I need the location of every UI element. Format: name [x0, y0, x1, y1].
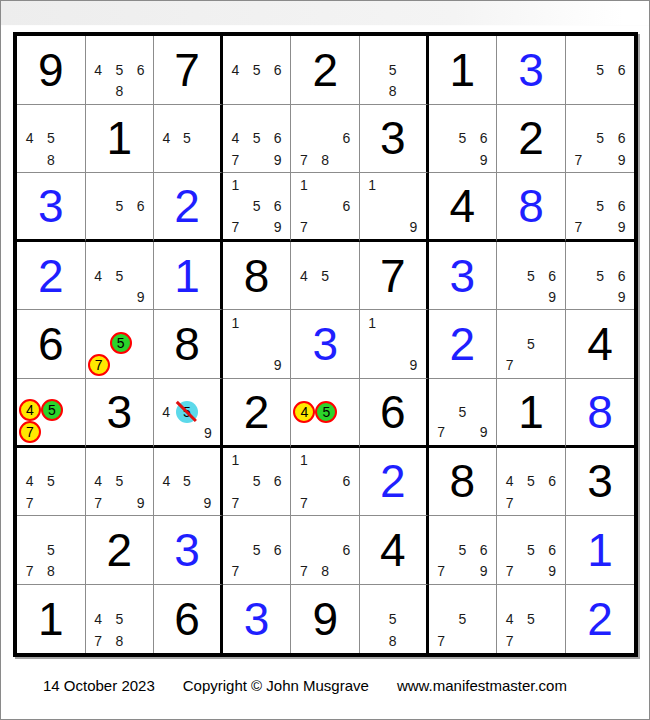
empty-candidate-slot: [246, 80, 267, 101]
candidate: 6: [336, 128, 357, 149]
candidate-grid: 45679: [223, 105, 291, 173]
candidate: 4: [88, 608, 109, 630]
empty-candidate-slot: [267, 38, 288, 59]
given-digit: 9: [38, 47, 64, 93]
empty-candidate-slot: [403, 59, 424, 80]
empty-candidate-slot: [88, 80, 109, 101]
given-digit: 1: [38, 596, 64, 642]
footer: 14 October 2023 Copyright © John Musgrav…: [43, 677, 567, 694]
cell-r8c6[interactable]: 4: [360, 516, 429, 585]
footer-website: www.manifestmaster.com: [397, 677, 567, 694]
cell-r4c6[interactable]: 7: [360, 242, 429, 311]
empty-candidate-slot: [132, 332, 152, 354]
empty-candidate-slot: [473, 587, 494, 609]
empty-candidate-slot: [568, 175, 590, 196]
cell-r9c9[interactable]: 2: [566, 585, 635, 654]
empty-candidate-slot: [589, 286, 611, 307]
given-digit: 3: [107, 389, 133, 435]
cell-r5c3[interactable]: 8: [154, 310, 223, 379]
empty-candidate-slot: [542, 355, 563, 376]
empty-candidate-slot: [499, 312, 520, 333]
cell-r9c8[interactable]: 457: [497, 585, 566, 654]
cell-r2c1[interactable]: 458: [17, 105, 86, 174]
empty-candidate-slot: [403, 587, 424, 609]
cell-r5c8[interactable]: 57: [497, 310, 566, 379]
empty-candidate-slot: [88, 312, 110, 332]
given-digit: 4: [587, 321, 613, 367]
candidate-grid: 4579: [86, 448, 154, 516]
empty-candidate-slot: [130, 265, 151, 286]
cell-r1c9[interactable]: 56: [566, 36, 635, 105]
candidate: 8: [315, 561, 336, 582]
empty-candidate-slot: [267, 312, 288, 333]
cell-r6c2[interactable]: 3: [86, 379, 155, 448]
solved-digit: 2: [174, 183, 200, 229]
empty-candidate-slot: [225, 471, 246, 492]
empty-candidate-slot: [61, 539, 82, 560]
cell-r6c6[interactable]: 6: [360, 379, 429, 448]
empty-candidate-slot: [246, 334, 267, 355]
solved-digit: 1: [174, 253, 200, 299]
candidate: 6: [473, 539, 494, 560]
cell-r7c7[interactable]: 8: [429, 448, 498, 517]
candidate: 5: [246, 539, 267, 560]
empty-candidate-slot: [520, 518, 541, 539]
candidate: 1: [225, 450, 246, 471]
empty-candidate-slot: [336, 492, 357, 513]
cell-r8c7[interactable]: 5679: [429, 516, 498, 585]
empty-candidate-slot: [19, 450, 40, 471]
empty-candidate-slot: [337, 423, 357, 443]
empty-candidate-slot: [41, 421, 63, 443]
given-digit: 3: [587, 458, 613, 504]
cell-r7c9[interactable]: 3: [566, 448, 635, 517]
cell-r1c8[interactable]: 3: [497, 36, 566, 105]
candidate-grid: 5679: [566, 105, 635, 173]
candidate: 6: [336, 539, 357, 560]
empty-candidate-slot: [293, 423, 315, 443]
empty-candidate-slot: [156, 423, 176, 443]
empty-candidate-slot: [499, 244, 520, 265]
empty-candidate-slot: [589, 244, 611, 265]
empty-candidate-slot: [40, 492, 61, 513]
empty-candidate-slot: [246, 561, 267, 582]
empty-candidate-slot: [19, 381, 41, 399]
cell-r4c4[interactable]: 8: [223, 242, 292, 311]
empty-candidate-slot: [473, 381, 494, 402]
candidate: 8: [40, 561, 61, 582]
green-circled-candidate: 5: [41, 399, 63, 421]
candidate: 4: [156, 471, 177, 492]
candidate-grid: 19: [360, 310, 426, 378]
cell-r7c8[interactable]: 4567: [497, 448, 566, 517]
cell-r2c4[interactable]: 45679: [223, 105, 292, 174]
candidate-grid: 58: [360, 36, 426, 104]
empty-candidate-slot: [520, 450, 541, 471]
candidate: 5: [383, 59, 404, 80]
empty-candidate-slot: [499, 587, 520, 609]
empty-candidate-slot: [130, 471, 151, 492]
candidate: 9: [473, 149, 494, 170]
cell-r4c8[interactable]: 569: [497, 242, 566, 311]
empty-candidate-slot: [362, 608, 383, 630]
cell-r2c9[interactable]: 5679: [566, 105, 635, 174]
candidate: 9: [611, 286, 633, 307]
cell-r4c5[interactable]: 45: [291, 242, 360, 311]
candidate-grid: 569: [497, 242, 565, 310]
cell-r9c2[interactable]: 4578: [86, 585, 155, 654]
cell-r5c7[interactable]: 2: [429, 310, 498, 379]
candidate-grid: 19: [223, 310, 291, 378]
candidate: 7: [568, 216, 590, 237]
cell-r3c2[interactable]: 56: [86, 173, 155, 242]
empty-candidate-slot: [473, 107, 494, 128]
cell-r1c2[interactable]: 4568: [86, 36, 155, 105]
given-digit: 6: [38, 321, 64, 367]
candidate-grid: 57: [497, 310, 565, 378]
cell-r2c5[interactable]: 678: [291, 105, 360, 174]
cell-r7c3[interactable]: 459: [154, 448, 223, 517]
empty-candidate-slot: [568, 196, 590, 217]
empty-candidate-slot: [452, 518, 473, 539]
empty-candidate-slot: [267, 561, 288, 582]
empty-candidate-slot: [315, 518, 336, 539]
candidate: 9: [403, 216, 424, 237]
empty-candidate-slot: [293, 539, 314, 560]
empty-candidate-slot: [589, 80, 611, 101]
empty-candidate-slot: [336, 175, 357, 196]
candidate-grid: 569: [566, 242, 635, 310]
empty-candidate-slot: [177, 492, 198, 513]
candidate: 4: [225, 128, 246, 149]
candidate-grid: 167: [291, 173, 359, 239]
empty-candidate-slot: [156, 107, 177, 128]
empty-candidate-slot: [109, 216, 130, 237]
cell-r7c4[interactable]: 1567: [223, 448, 292, 517]
solved-digit: 2: [587, 596, 613, 642]
candidate-grid: 56: [86, 173, 154, 239]
empty-candidate-slot: [132, 354, 152, 376]
candidate: 7: [568, 149, 590, 170]
empty-candidate-slot: [61, 450, 82, 471]
cell-r9c7[interactable]: 57: [429, 585, 498, 654]
empty-candidate-slot: [130, 216, 151, 237]
empty-candidate-slot: [499, 265, 520, 286]
empty-candidate-slot: [499, 334, 520, 355]
empty-candidate-slot: [362, 59, 383, 80]
candidate: 1: [225, 175, 246, 196]
candidate: 8: [315, 149, 336, 170]
candidate: 5: [520, 471, 541, 492]
candidate: 5: [520, 539, 541, 560]
empty-candidate-slot: [403, 312, 424, 333]
empty-candidate-slot: [473, 402, 494, 423]
cell-r2c7[interactable]: 569: [429, 105, 498, 174]
empty-candidate-slot: [520, 561, 541, 582]
empty-candidate-slot: [267, 492, 288, 513]
candidate-grid: 4568: [86, 36, 154, 104]
empty-candidate-slot: [542, 518, 563, 539]
empty-candidate-slot: [88, 216, 109, 237]
empty-candidate-slot: [473, 608, 494, 630]
candidate-slot: 5: [110, 332, 132, 354]
empty-candidate-slot: [568, 265, 590, 286]
cell-r8c1[interactable]: 578: [17, 516, 86, 585]
cell-r7c6[interactable]: 2: [360, 448, 429, 517]
given-digit: 1: [450, 47, 476, 93]
given-digit: 2: [244, 389, 270, 435]
yellow-circled-candidate: 7: [19, 421, 41, 443]
empty-candidate-slot: [225, 196, 246, 217]
given-digit: 6: [174, 596, 200, 642]
cell-r8c2[interactable]: 2: [86, 516, 155, 585]
cell-r8c3[interactable]: 3: [154, 516, 223, 585]
empty-candidate-slot: [267, 450, 288, 471]
cell-r5c1[interactable]: 6: [17, 310, 86, 379]
empty-candidate-slot: [383, 175, 404, 196]
candidate: 9: [267, 149, 288, 170]
cell-r9c1[interactable]: 1: [17, 585, 86, 654]
empty-candidate-slot: [568, 244, 590, 265]
candidate: 7: [293, 561, 314, 582]
empty-candidate-slot: [61, 128, 82, 149]
cell-r2c8[interactable]: 2: [497, 105, 566, 174]
empty-candidate-slot: [40, 450, 61, 471]
empty-candidate-slot: [225, 334, 246, 355]
cell-r8c5[interactable]: 678: [291, 516, 360, 585]
given-digit: 8: [244, 253, 270, 299]
cell-r1c1[interactable]: 9: [17, 36, 86, 105]
cell-r7c2[interactable]: 4579: [86, 448, 155, 517]
empty-candidate-slot: [110, 354, 132, 376]
candidate: 4: [19, 128, 40, 149]
candidate: 4: [499, 608, 520, 630]
candidate: 6: [542, 265, 563, 286]
candidate: 9: [267, 216, 288, 237]
candidate-grid: 58: [360, 585, 426, 654]
candidate: 9: [542, 561, 563, 582]
cell-r6c9[interactable]: 8: [566, 379, 635, 448]
cell-r4c9[interactable]: 569: [566, 242, 635, 311]
empty-candidate-slot: [88, 587, 109, 609]
given-digit: 2: [107, 527, 133, 573]
cell-r4c3[interactable]: 1: [154, 242, 223, 311]
empty-candidate-slot: [568, 80, 590, 101]
cell-r6c4[interactable]: 2: [223, 379, 292, 448]
empty-candidate-slot: [130, 450, 151, 471]
empty-candidate-slot: [246, 107, 267, 128]
candidate-grid: 57: [86, 310, 154, 378]
cell-r5c6[interactable]: 19: [360, 310, 429, 379]
candidate-grid: 19: [360, 173, 426, 239]
candidate: 7: [293, 216, 314, 237]
cell-r6c3[interactable]: 459: [154, 379, 223, 448]
empty-candidate-slot: [109, 175, 130, 196]
empty-candidate-slot: [431, 587, 452, 609]
empty-candidate-slot: [19, 539, 40, 560]
green-circled-candidate: 5: [315, 401, 337, 423]
candidate: 6: [267, 471, 288, 492]
cell-r2c2[interactable]: 1: [86, 105, 155, 174]
cell-r9c3[interactable]: 6: [154, 585, 223, 654]
cell-r4c1[interactable]: 2: [17, 242, 86, 311]
empty-candidate-slot: [63, 421, 83, 443]
candidate: 7: [499, 492, 520, 513]
candidate: 4: [499, 471, 520, 492]
empty-candidate-slot: [315, 423, 337, 443]
empty-candidate-slot: [130, 244, 151, 265]
empty-candidate-slot: [63, 381, 83, 399]
cyan-strikethrough-candidate: 5: [176, 401, 198, 423]
empty-candidate-slot: [542, 587, 563, 609]
empty-candidate-slot: [520, 244, 541, 265]
empty-candidate-slot: [362, 334, 383, 355]
candidate-slot: 5: [41, 399, 63, 421]
candidate: 6: [267, 59, 288, 80]
yellow-circled-candidate: 7: [88, 354, 110, 376]
empty-candidate-slot: [568, 286, 590, 307]
cell-r7c1[interactable]: 457: [17, 448, 86, 517]
candidate: 6: [611, 59, 633, 80]
empty-candidate-slot: [336, 216, 357, 237]
candidate: 6: [267, 196, 288, 217]
cell-r1c7[interactable]: 1: [429, 36, 498, 105]
empty-candidate-slot: [589, 175, 611, 196]
cell-r3c9[interactable]: 5679: [566, 173, 635, 242]
candidate-grid: 458: [17, 105, 85, 173]
candidate-grid: 4578: [86, 585, 154, 654]
empty-candidate-slot: [452, 107, 473, 128]
candidate: 9: [473, 561, 494, 582]
cell-r3c3[interactable]: 2: [154, 173, 223, 242]
cell-r8c4[interactable]: 567: [223, 516, 292, 585]
empty-candidate-slot: [176, 423, 198, 443]
candidate: 5: [246, 128, 267, 149]
empty-candidate-slot: [293, 518, 314, 539]
candidate: 6: [473, 128, 494, 149]
empty-candidate-slot: [132, 312, 152, 332]
yellow-circled-candidate: 4: [293, 401, 315, 423]
cell-r4c7[interactable]: 3: [429, 242, 498, 311]
cell-r9c5[interactable]: 9: [291, 585, 360, 654]
cell-r9c6[interactable]: 58: [360, 585, 429, 654]
cell-r2c6[interactable]: 3: [360, 105, 429, 174]
candidate: 8: [383, 80, 404, 101]
candidate: 6: [611, 128, 633, 149]
empty-candidate-slot: [156, 149, 177, 170]
candidate: 5: [452, 608, 473, 630]
empty-candidate-slot: [225, 38, 246, 59]
candidate: 6: [542, 471, 563, 492]
cell-r2c3[interactable]: 45: [154, 105, 223, 174]
empty-candidate-slot: [246, 149, 267, 170]
cell-r6c1[interactable]: 457: [17, 379, 86, 448]
empty-candidate-slot: [293, 128, 314, 149]
candidate: 7: [88, 492, 109, 513]
empty-candidate-slot: [109, 492, 130, 513]
cell-r3c4[interactable]: 15679: [223, 173, 292, 242]
cell-r8c8[interactable]: 5679: [497, 516, 566, 585]
empty-candidate-slot: [41, 381, 63, 399]
candidate-grid: 5679: [497, 516, 565, 584]
cell-r3c5[interactable]: 167: [291, 173, 360, 242]
empty-candidate-slot: [88, 332, 110, 354]
empty-candidate-slot: [88, 244, 109, 265]
empty-candidate-slot: [403, 608, 424, 630]
empty-candidate-slot: [225, 539, 246, 560]
candidate-slot: 7: [19, 421, 41, 443]
cell-r1c4[interactable]: 456: [223, 36, 292, 105]
candidate: 5: [40, 128, 61, 149]
cell-r5c4[interactable]: 19: [223, 310, 292, 379]
empty-candidate-slot: [336, 244, 357, 265]
empty-candidate-slot: [293, 244, 314, 265]
empty-candidate-slot: [267, 107, 288, 128]
solved-digit: 3: [450, 253, 476, 299]
empty-candidate-slot: [542, 608, 563, 630]
cell-r5c9[interactable]: 4: [566, 310, 635, 379]
yellow-circled-candidate: 4: [19, 399, 41, 421]
cell-r1c6[interactable]: 58: [360, 36, 429, 105]
cell-r5c2[interactable]: 57: [86, 310, 155, 379]
cell-r1c5[interactable]: 2: [291, 36, 360, 105]
candidate: 4: [156, 401, 176, 423]
empty-candidate-slot: [473, 518, 494, 539]
candidate-grid: 56: [566, 36, 635, 104]
cell-r1c3[interactable]: 7: [154, 36, 223, 105]
empty-candidate-slot: [88, 196, 109, 217]
empty-candidate-slot: [225, 355, 246, 376]
empty-candidate-slot: [568, 128, 590, 149]
candidate: 5: [177, 128, 198, 149]
cell-r3c1[interactable]: 3: [17, 173, 86, 242]
cell-r8c9[interactable]: 1: [566, 516, 635, 585]
empty-candidate-slot: [336, 107, 357, 128]
candidate: 9: [130, 286, 151, 307]
empty-candidate-slot: [452, 381, 473, 402]
cell-r3c7[interactable]: 4: [429, 173, 498, 242]
empty-candidate-slot: [293, 107, 314, 128]
empty-candidate-slot: [315, 107, 336, 128]
cell-r4c2[interactable]: 459: [86, 242, 155, 311]
empty-candidate-slot: [40, 107, 61, 128]
cell-r6c5[interactable]: 45: [291, 379, 360, 448]
candidate: 1: [293, 450, 314, 471]
empty-candidate-slot: [452, 561, 473, 582]
cell-r6c7[interactable]: 579: [429, 379, 498, 448]
cell-r7c5[interactable]: 167: [291, 448, 360, 517]
cell-r6c8[interactable]: 1: [497, 379, 566, 448]
cell-r3c6[interactable]: 19: [360, 173, 429, 242]
solved-digit: 3: [38, 183, 64, 229]
empty-candidate-slot: [383, 38, 404, 59]
cell-r5c5[interactable]: 3: [291, 310, 360, 379]
empty-candidate-slot: [109, 286, 130, 307]
candidate: 5: [315, 265, 336, 286]
cell-r3c8[interactable]: 8: [497, 173, 566, 242]
empty-candidate-slot: [383, 196, 404, 217]
empty-candidate-slot: [315, 128, 336, 149]
candidate-grid: 45: [291, 242, 359, 310]
candidate-slot: 5: [315, 401, 337, 423]
given-digit: 1: [518, 389, 544, 435]
empty-candidate-slot: [499, 518, 520, 539]
solved-digit: 2: [450, 321, 476, 367]
cell-r9c4[interactable]: 3: [223, 585, 292, 654]
candidate: 5: [246, 196, 267, 217]
empty-candidate-slot: [568, 107, 590, 128]
candidate: 4: [293, 265, 314, 286]
